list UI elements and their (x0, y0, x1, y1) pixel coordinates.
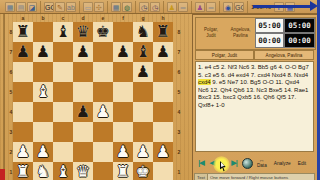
square-e4[interactable]: ♟ (93, 102, 113, 122)
square-d3[interactable] (73, 122, 93, 142)
square-a5[interactable] (13, 82, 33, 102)
toolbar-group: ▦▤◪ (2, 1, 41, 13)
square-a6[interactable] (13, 62, 33, 82)
clock-icon[interactable]: ◷ (139, 2, 149, 12)
tools-icon[interactable]: ✣ (94, 2, 104, 12)
toolbar-group: GO✎ab (41, 1, 80, 13)
file-label-c: c (53, 15, 73, 21)
black-piece-d4[interactable]: ♟ (73, 102, 93, 122)
square-f7[interactable]: ♟ (113, 42, 133, 62)
square-d8[interactable]: ♛ (73, 22, 93, 42)
square-e3[interactable] (93, 122, 113, 142)
square-h2[interactable]: ♟ (153, 142, 173, 162)
new-board-icon[interactable]: ◪ (27, 2, 37, 12)
status-bar: Text One move forward / Right mouse butt… (194, 173, 315, 180)
square-f8[interactable] (113, 22, 133, 42)
square-h8[interactable]: ♜ (153, 22, 173, 42)
white-piece-g2[interactable]: ♟ (133, 142, 153, 162)
rank-label-4: 4 (174, 109, 184, 115)
square-e5[interactable] (93, 82, 113, 102)
file-label-b: b (33, 15, 53, 21)
bottom-left-marker (0, 169, 5, 180)
square-h3[interactable] (153, 122, 173, 142)
level-icon-2[interactable]: ═ (206, 2, 216, 12)
square-b5[interactable]: ♝ (33, 82, 53, 102)
square-h4[interactable] (153, 102, 173, 122)
grid-icon[interactable]: ▦ (5, 2, 15, 12)
current-move[interactable]: cxd4 (198, 79, 211, 85)
file-label-f: f (113, 15, 133, 21)
white-piece-b1[interactable]: ♞ (33, 162, 53, 180)
black-piece-h8[interactable]: ♜ (153, 22, 173, 42)
text-icon[interactable]: ab (66, 2, 76, 12)
black-piece-b7[interactable]: ♟ (33, 42, 53, 62)
panel-icon[interactable]: ▭ (83, 2, 93, 12)
square-c5[interactable] (53, 82, 73, 102)
black-piece-g7[interactable]: ♝ (133, 42, 153, 62)
white-piece-b5[interactable]: ♝ (33, 82, 53, 102)
square-f4[interactable] (113, 102, 133, 122)
white-piece-c1[interactable]: ♝ (53, 162, 73, 180)
black-piece-c8[interactable]: ♝ (53, 22, 73, 42)
notation-panel[interactable]: 1. e4 c5 2. Nf3 Nc6 3. Bb5 g6 4. O-O Bg7… (195, 61, 314, 152)
chess-board[interactable]: ♜♝♛♚♞♜♟♟♟♟♝♟♟♝♟♟♟♟♟♟♟♜♞♝♛♜♚ (13, 22, 173, 180)
white-clock-main: 05:00 (255, 18, 284, 33)
square-g3[interactable] (133, 122, 153, 142)
file-label-e: e (93, 15, 113, 21)
data-label: Data (257, 163, 267, 168)
square-b1[interactable]: ♞ (33, 162, 53, 180)
board-window-icon[interactable]: ▦ (111, 2, 121, 12)
file-label-a: a (13, 15, 33, 21)
toolbar-group: ▦◍ (108, 1, 136, 13)
black-clock-main: 05:00 (284, 18, 315, 33)
white-piece-f1[interactable]: ♜ (113, 162, 133, 180)
square-b3[interactable] (33, 122, 53, 142)
square-c3[interactable] (53, 122, 73, 142)
right-arrow-annotation (253, 5, 311, 8)
white-piece-e4[interactable]: ♟ (93, 102, 113, 122)
rank-label-6: 6 (174, 69, 184, 75)
square-g2[interactable]: ♟ (133, 142, 153, 162)
square-e1[interactable] (93, 162, 113, 180)
black-piece-a7[interactable]: ♟ (13, 42, 33, 62)
white-piece-a2[interactable]: ♟ (13, 142, 33, 162)
black-clock-secondary: 00:00 (284, 33, 315, 48)
white-piece-b2[interactable]: ♟ (33, 142, 53, 162)
go-icon[interactable]: GO (44, 2, 54, 12)
white-piece-d1[interactable]: ♛ (73, 162, 93, 180)
file-label-g: g (133, 15, 153, 21)
rank-label-7: 7 (174, 49, 184, 55)
square-c7[interactable] (53, 42, 73, 62)
move-text[interactable]: 1. e4 c5 2. Nf3 Nc6 3. Bb5 g6 4. O-O Bg7… (198, 64, 309, 78)
black-pawn-icon[interactable]: ♟ (195, 2, 205, 12)
square-h7[interactable]: ♟ (153, 42, 173, 62)
clock-panel: Polgar, Judit 05:00 05:00 Angelova, Pavl… (195, 17, 316, 50)
square-d6[interactable] (73, 62, 93, 82)
board-frame: abcdefgh 87654321 87654321 ♜♝♛♚♞♜♟♟♟♟♝♟♟… (0, 14, 192, 180)
black-piece-d8[interactable]: ♛ (73, 22, 93, 42)
black-piece-f7[interactable]: ♟ (113, 42, 133, 62)
go-last-button[interactable]: ▶| (229, 157, 239, 169)
white-player-header: Polgar, Judit (195, 50, 254, 60)
square-e8[interactable]: ♚ (93, 22, 113, 42)
board-icon[interactable]: ▤ (16, 2, 26, 12)
white-clock-secondary: 00:00 (255, 33, 284, 48)
black-player-name: Angelova, Pavlina (226, 18, 255, 48)
square-a1[interactable]: ♜ (13, 162, 33, 180)
frame-groove (3, 14, 5, 180)
white-piece-h2[interactable]: ♟ (153, 142, 173, 162)
rank-label-8: 8 (174, 29, 184, 35)
square-b2[interactable]: ♟ (33, 142, 53, 162)
white-piece-a1[interactable]: ♜ (13, 162, 33, 180)
square-g4[interactable] (133, 102, 153, 122)
rank-label-5: 5 (174, 89, 184, 95)
square-c1[interactable]: ♝ (53, 162, 73, 180)
square-g1[interactable]: ♚ (133, 162, 153, 180)
rank-label-3: 3 (174, 129, 184, 135)
file-label-h: h (153, 15, 173, 21)
level-icon[interactable]: ═ (178, 2, 188, 12)
black-piece-g6[interactable]: ♟ (133, 62, 153, 82)
black-player-header: Angelova, Pavlina (254, 50, 314, 60)
white-pawn-icon[interactable]: ♟ (167, 2, 177, 12)
square-f3[interactable] (113, 122, 133, 142)
square-g5[interactable] (133, 82, 153, 102)
game-info-panel: Polgar, Judit 05:00 05:00 Angelova, Pavl… (192, 14, 317, 180)
file-label-d: d (73, 15, 93, 21)
top-toolbar: ▦▤◪GO✎ab▭✣▦◍◷◷♟═♟═◉GO1:03:46 ✛▦ (0, 0, 320, 14)
white-piece-g1[interactable]: ♚ (133, 162, 153, 180)
square-a7[interactable]: ♟ (13, 42, 33, 62)
clock-icon-2[interactable]: ◷ (150, 2, 160, 12)
data-button[interactable]: ↔ Data (257, 158, 267, 168)
square-b6[interactable] (33, 62, 53, 82)
square-g7[interactable]: ♝ (133, 42, 153, 62)
square-c4[interactable] (53, 102, 73, 122)
square-d7[interactable]: ♟ (73, 42, 93, 62)
move-text[interactable]: 9. e5 Ne7 10. Bg5 O-O 11. Qxd4 Nc6 12. Q… (198, 79, 308, 108)
analyze-button[interactable]: Analyze (274, 161, 291, 166)
square-f1[interactable]: ♜ (113, 162, 133, 180)
square-d1[interactable]: ♛ (73, 162, 93, 180)
square-d4[interactable]: ♟ (73, 102, 93, 122)
pencil-icon[interactable]: ✎ (55, 2, 65, 12)
status-tag: Text (195, 174, 208, 180)
chess-program-window: ▦▤◪GO✎ab▭✣▦◍◷◷♟═♟═◉GO1:03:46 ✛▦ abcdefgh… (0, 0, 320, 180)
square-e7[interactable] (93, 42, 113, 62)
engine-icon[interactable]: ◉ (223, 2, 233, 12)
square-e6[interactable] (93, 62, 113, 82)
square-a4[interactable] (13, 102, 33, 122)
square-b7[interactable]: ♟ (33, 42, 53, 62)
rank-label-1: 1 (174, 169, 184, 175)
square-h5[interactable] (153, 82, 173, 102)
black-piece-d7[interactable]: ♟ (73, 42, 93, 62)
toolbar-group: ♟═ (192, 1, 220, 13)
toolbar-group: ◷◷ (136, 1, 164, 13)
square-g6[interactable]: ♟ (133, 62, 153, 82)
toolbar-group: ◉GO (220, 1, 248, 13)
square-f5[interactable] (113, 82, 133, 102)
white-player-name: Polgar, Judit (196, 18, 226, 48)
square-f6[interactable] (113, 62, 133, 82)
status-message: One move forward / Right mouse buttons (208, 175, 288, 180)
square-b8[interactable] (33, 22, 53, 42)
white-piece-f2[interactable]: ♟ (113, 142, 133, 162)
players-header: Polgar, Judit Angelova, Pavlina (195, 50, 314, 60)
square-c6[interactable] (53, 62, 73, 82)
edit-button[interactable]: Edit (298, 161, 306, 166)
black-piece-g8[interactable]: ♞ (133, 22, 153, 42)
square-a3[interactable] (13, 122, 33, 142)
go-first-button[interactable]: |◀ (196, 157, 206, 169)
black-piece-e8[interactable]: ♚ (93, 22, 113, 42)
square-a8[interactable]: ♜ (13, 22, 33, 42)
square-h6[interactable] (153, 62, 173, 82)
square-h1[interactable] (153, 162, 173, 180)
square-c2[interactable] (53, 142, 73, 162)
square-f2[interactable]: ♟ (113, 142, 133, 162)
square-b4[interactable] (33, 102, 53, 122)
toolbar-group: ▭✣ (80, 1, 108, 13)
square-e2[interactable] (93, 142, 113, 162)
black-piece-a8[interactable]: ♜ (13, 22, 33, 42)
square-a2[interactable]: ♟ (13, 142, 33, 162)
toolbar-group: ♟═ (164, 1, 192, 13)
square-d5[interactable] (73, 82, 93, 102)
black-piece-h7[interactable]: ♟ (153, 42, 173, 62)
globe-icon[interactable]: ◍ (122, 2, 132, 12)
rank-label-2: 2 (174, 149, 184, 155)
globe-button[interactable] (242, 158, 253, 169)
go-small-icon[interactable]: GO (234, 2, 244, 12)
square-g8[interactable]: ♞ (133, 22, 153, 42)
square-c8[interactable]: ♝ (53, 22, 73, 42)
square-d2[interactable] (73, 142, 93, 162)
